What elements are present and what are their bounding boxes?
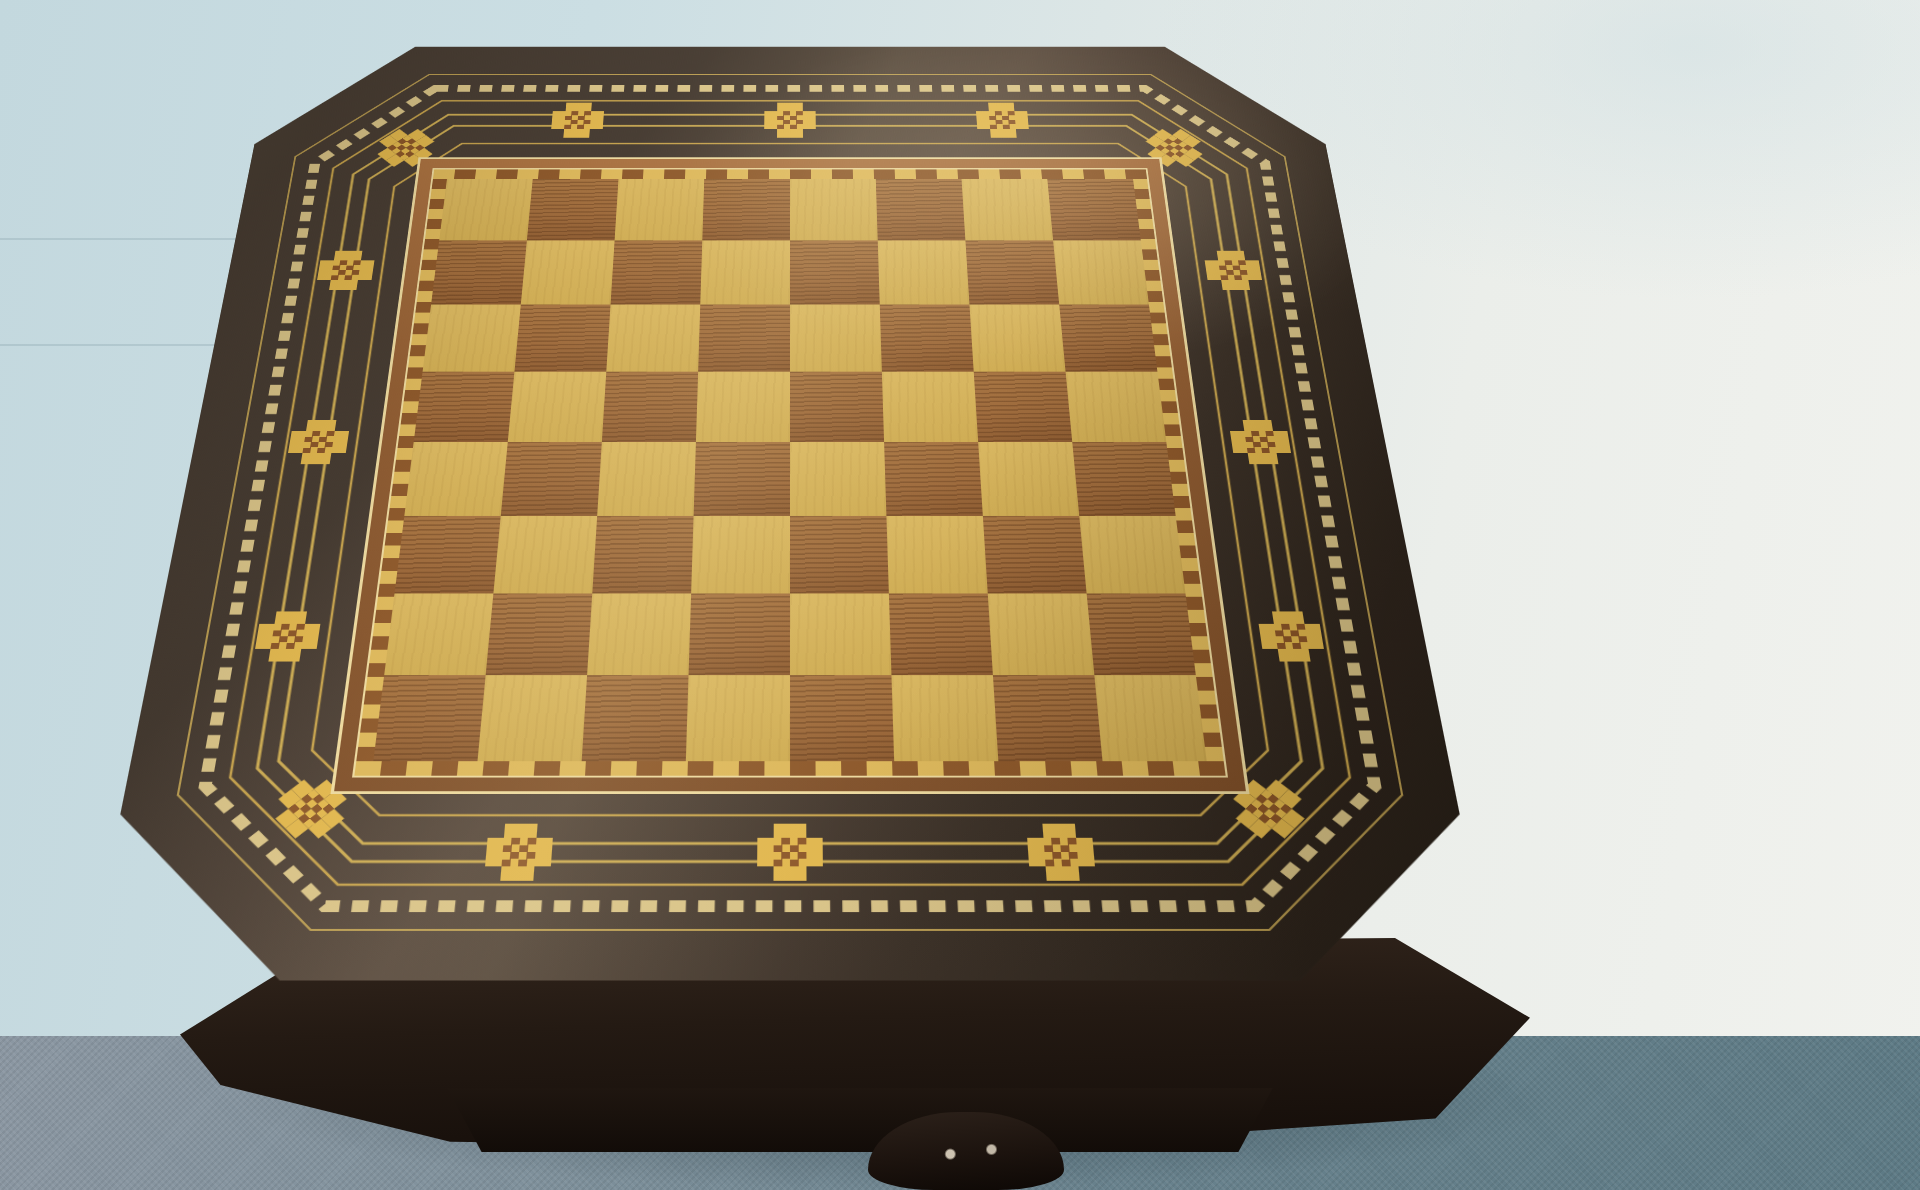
square-a7[interactable] (431, 240, 527, 304)
square-g5[interactable] (974, 372, 1073, 442)
motif-gold-cell (1046, 866, 1064, 880)
rosewood-frame-band (330, 157, 1249, 794)
square-e2[interactable] (790, 593, 891, 675)
square-f3[interactable] (886, 516, 987, 594)
table-top (87, 47, 1493, 981)
motif-gold-cell (1062, 866, 1080, 880)
inlay-motif (253, 611, 322, 661)
motif-gold-cell (1003, 129, 1017, 138)
inlay-motif (286, 420, 351, 464)
motif-gold-cell (803, 111, 816, 120)
motif-gold-cell (774, 824, 790, 838)
motif-gold-cell (1306, 636, 1323, 649)
motif-gold-cell (1042, 824, 1059, 838)
square-c6[interactable] (606, 305, 700, 372)
motif-empty-cell (1026, 824, 1043, 838)
square-f4[interactable] (884, 442, 983, 516)
motif-checker-cell (989, 120, 1003, 129)
square-c1[interactable] (582, 675, 689, 761)
motif-empty-cell (330, 453, 346, 464)
inlay-motif (315, 251, 375, 290)
motif-checker-cell (578, 111, 591, 120)
inlay-motif (764, 103, 816, 138)
square-a2[interactable] (384, 593, 493, 675)
motif-empty-cell (589, 129, 603, 138)
motif-empty-cell (1248, 280, 1263, 290)
motif-gold-cell (790, 103, 803, 112)
square-d8[interactable] (702, 179, 790, 240)
square-a1[interactable] (373, 675, 485, 761)
square-g4[interactable] (978, 442, 1079, 516)
square-g7[interactable] (965, 240, 1059, 304)
square-e5[interactable] (790, 372, 884, 442)
square-g1[interactable] (993, 675, 1103, 761)
square-e1[interactable] (790, 675, 894, 761)
motif-empty-cell (356, 280, 371, 290)
motif-empty-cell (591, 103, 604, 112)
motif-empty-cell (533, 866, 551, 880)
checkered-border-strip (354, 169, 1225, 775)
motif-empty-cell (1244, 251, 1259, 261)
motif-gold-cell (1273, 431, 1289, 442)
square-c7[interactable] (611, 240, 703, 304)
motif-empty-cell (975, 103, 988, 112)
motif-empty-cell (1309, 649, 1327, 662)
inlay-motif (484, 824, 554, 881)
square-b2[interactable] (486, 593, 593, 675)
motif-gold-cell (359, 260, 374, 270)
square-c2[interactable] (587, 593, 691, 675)
motif-gold-cell (1014, 111, 1028, 120)
frame-inner-line (352, 168, 1228, 777)
motif-gold-cell (590, 120, 604, 129)
square-e6[interactable] (790, 305, 882, 372)
square-e8[interactable] (790, 179, 878, 240)
motif-empty-cell (806, 824, 822, 838)
motif-gold-cell (504, 824, 521, 838)
motif-empty-cell (537, 824, 554, 838)
motif-empty-cell (803, 103, 816, 112)
motif-empty-cell (553, 103, 567, 112)
motif-checker-cell (1043, 838, 1060, 852)
square-e7[interactable] (790, 240, 880, 304)
square-h4[interactable] (1072, 442, 1175, 516)
square-g3[interactable] (983, 516, 1087, 594)
motif-empty-cell (1016, 129, 1030, 138)
motif-checker-cell (564, 120, 578, 129)
motif-checker-cell (1002, 111, 1016, 120)
square-d1[interactable] (686, 675, 790, 761)
motif-checker-cell (1060, 838, 1078, 852)
motif-checker-cell (1002, 120, 1016, 129)
motif-gold-cell (500, 866, 518, 880)
motif-gold-cell (773, 866, 790, 880)
motif-gold-cell (790, 824, 806, 838)
motif-gold-cell (806, 838, 822, 852)
inlay-motif (1228, 420, 1293, 464)
motif-gold-cell (1247, 270, 1262, 280)
motif-gold-cell (764, 120, 777, 129)
inlay-motif (1026, 824, 1096, 881)
square-d7[interactable] (700, 240, 790, 304)
motif-gold-cell (303, 624, 320, 636)
motif-empty-cell (1014, 103, 1028, 112)
motif-checker-cell (777, 120, 790, 129)
motif-gold-cell (1076, 838, 1094, 852)
motif-gold-cell (566, 103, 579, 112)
square-d5[interactable] (696, 372, 790, 442)
square-c3[interactable] (592, 516, 693, 594)
motif-empty-cell (803, 129, 816, 138)
scene (0, 0, 1920, 1190)
motif-gold-cell (485, 852, 503, 866)
square-g2[interactable] (988, 593, 1095, 675)
square-b6[interactable] (514, 305, 610, 372)
square-b1[interactable] (477, 675, 587, 761)
motif-empty-cell (335, 420, 351, 431)
square-d6[interactable] (698, 305, 790, 372)
motif-gold-cell (535, 838, 552, 852)
motif-empty-cell (361, 251, 376, 261)
motif-checker-cell (790, 120, 803, 129)
inlay-motif (1257, 611, 1326, 661)
motif-gold-cell (777, 103, 790, 112)
square-b4[interactable] (501, 442, 602, 516)
square-c8[interactable] (615, 179, 705, 240)
motif-gold-cell (333, 431, 349, 442)
square-h2[interactable] (1087, 593, 1196, 675)
square-h7[interactable] (1053, 240, 1149, 304)
square-h3[interactable] (1079, 516, 1185, 594)
motif-gold-cell (534, 852, 551, 866)
motif-checker-cell (790, 852, 806, 866)
motif-gold-cell (1027, 838, 1044, 852)
motif-empty-cell (1277, 453, 1293, 464)
square-d3[interactable] (691, 516, 790, 594)
motif-empty-cell (977, 129, 991, 138)
square-b5[interactable] (508, 372, 607, 442)
motif-checker-cell (774, 852, 790, 866)
square-f6[interactable] (880, 305, 974, 372)
motif-checker-cell (790, 111, 803, 120)
motif-checker-cell (777, 111, 790, 120)
motif-gold-cell (790, 866, 807, 880)
motif-gold-cell (806, 852, 823, 866)
square-h1[interactable] (1094, 675, 1206, 761)
square-a5[interactable] (414, 372, 515, 442)
board-frame (330, 157, 1249, 794)
motif-empty-cell (764, 129, 777, 138)
square-a6[interactable] (423, 305, 521, 372)
square-a4[interactable] (404, 442, 507, 516)
square-g8[interactable] (962, 179, 1054, 240)
motif-gold-cell (1001, 103, 1014, 112)
table-apron-step (430, 1088, 1290, 1152)
square-f1[interactable] (891, 675, 998, 761)
chess-board (373, 179, 1206, 761)
motif-gold-cell (1245, 260, 1260, 270)
square-d4[interactable] (694, 442, 790, 516)
motif-gold-cell (777, 129, 790, 138)
square-c5[interactable] (602, 372, 698, 442)
square-e3[interactable] (790, 516, 889, 594)
motif-gold-cell (563, 129, 577, 138)
motif-checker-cell (519, 838, 536, 852)
motif-gold-cell (764, 111, 777, 120)
motif-gold-cell (757, 852, 774, 866)
motif-gold-cell (591, 111, 604, 120)
motif-gold-cell (1059, 824, 1076, 838)
motif-gold-cell (988, 103, 1001, 112)
motif-empty-cell (757, 824, 773, 838)
motif-checker-cell (518, 852, 536, 866)
motif-gold-cell (358, 270, 373, 280)
motif-gold-cell (1028, 852, 1045, 866)
motif-empty-cell (1271, 420, 1287, 431)
square-e4[interactable] (790, 442, 886, 516)
square-a8[interactable] (439, 179, 533, 240)
motif-gold-cell (977, 120, 991, 129)
motif-gold-cell (990, 129, 1004, 138)
motif-gold-cell (486, 838, 504, 852)
motif-checker-cell (1061, 852, 1079, 866)
motif-checker-cell (774, 838, 790, 852)
motif-empty-cell (764, 103, 777, 112)
inlay-motif (757, 824, 823, 881)
motif-gold-cell (331, 442, 347, 453)
square-b3[interactable] (493, 516, 597, 594)
motif-empty-cell (757, 866, 774, 880)
motif-empty-cell (1302, 611, 1319, 623)
motif-gold-cell (552, 111, 566, 120)
motif-checker-cell (565, 111, 579, 120)
square-a3[interactable] (395, 516, 501, 594)
motif-checker-cell (502, 852, 520, 866)
square-c4[interactable] (597, 442, 696, 516)
motif-gold-cell (578, 103, 591, 112)
motif-gold-cell (301, 636, 318, 649)
square-f2[interactable] (889, 593, 993, 675)
motif-gold-cell (1275, 442, 1291, 453)
motif-empty-cell (484, 866, 502, 880)
motif-empty-cell (299, 649, 316, 662)
square-d2[interactable] (689, 593, 790, 675)
motif-empty-cell (488, 824, 506, 838)
square-f7[interactable] (878, 240, 970, 304)
motif-empty-cell (806, 866, 823, 880)
motif-gold-cell (520, 824, 537, 838)
motif-gold-cell (1015, 120, 1029, 129)
inlay-motif (550, 103, 604, 138)
motif-checker-cell (503, 838, 521, 852)
motif-gold-cell (1077, 852, 1095, 866)
motif-empty-cell (305, 611, 322, 623)
motif-gold-cell (790, 129, 803, 138)
square-b7[interactable] (521, 240, 615, 304)
motif-empty-cell (550, 129, 564, 138)
motif-checker-cell (1045, 852, 1063, 866)
motif-gold-cell (757, 838, 773, 852)
inlay-motif (1203, 251, 1263, 290)
square-h8[interactable] (1047, 179, 1141, 240)
motif-gold-cell (576, 129, 590, 138)
inlay-motif (975, 103, 1029, 138)
square-f8[interactable] (876, 179, 966, 240)
motif-gold-cell (517, 866, 535, 880)
motif-checker-cell (577, 120, 591, 129)
motif-empty-cell (1075, 824, 1093, 838)
square-f5[interactable] (882, 372, 978, 442)
motif-gold-cell (976, 111, 989, 120)
square-g6[interactable] (969, 305, 1065, 372)
motif-gold-cell (551, 120, 565, 129)
motif-empty-cell (1078, 866, 1096, 880)
square-b8[interactable] (527, 179, 619, 240)
motif-checker-cell (790, 838, 806, 852)
motif-empty-cell (1029, 866, 1047, 880)
motif-gold-cell (1304, 624, 1321, 636)
motif-gold-cell (803, 120, 816, 129)
motif-checker-cell (989, 111, 1002, 120)
square-h5[interactable] (1066, 372, 1167, 442)
square-h6[interactable] (1059, 305, 1157, 372)
